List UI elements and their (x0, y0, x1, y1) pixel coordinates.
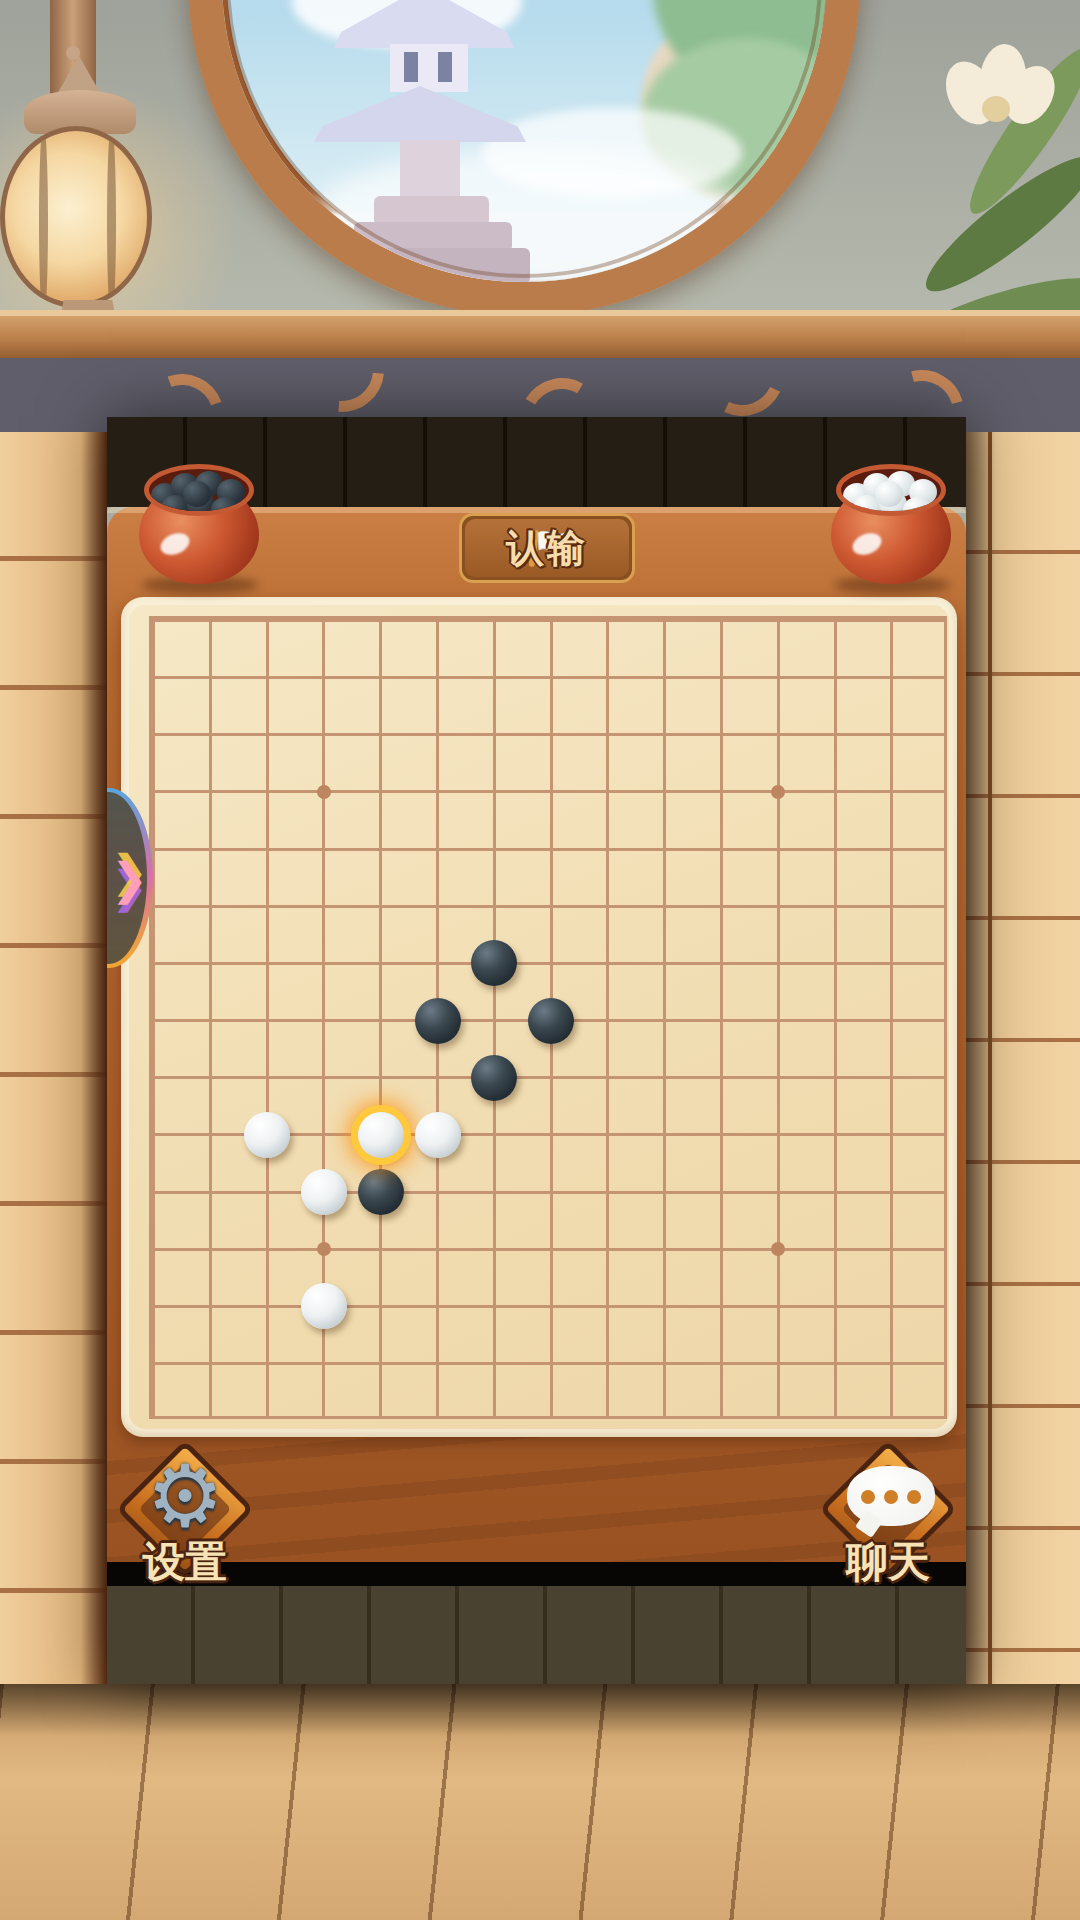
surrender-button[interactable]: 认输 (459, 513, 635, 583)
pagoda-roof (334, 0, 514, 48)
black-stone (183, 481, 211, 507)
star-point (317, 1242, 331, 1256)
pagoda-pedestal (374, 196, 489, 226)
stone-black (471, 1055, 517, 1101)
left-wall-wood (0, 432, 107, 1686)
star-point (771, 785, 785, 799)
lantern-body (0, 126, 152, 308)
pagoda-column (400, 140, 460, 202)
gear-icon: ⚙ (110, 1446, 260, 1546)
board-grid[interactable] (149, 616, 947, 1419)
window-foliage (652, 0, 860, 98)
pagoda-body (390, 44, 468, 92)
lantern-rib (39, 126, 48, 308)
stone-white (301, 1169, 347, 1215)
flower-center (982, 96, 1010, 122)
settings-label: 设置 (110, 1534, 260, 1590)
pagoda-pedestal (354, 222, 512, 252)
settings-button[interactable]: ⚙ 设置 (110, 1438, 260, 1596)
lantern-finial (66, 46, 80, 60)
chat-label: 聊天 (813, 1534, 963, 1590)
stone-black (358, 1169, 404, 1215)
black-stone-bowl (132, 452, 266, 592)
stone-black (528, 998, 574, 1044)
window-cloud (482, 108, 742, 198)
surrender-button-face: 认输 (465, 519, 629, 577)
board-panel (121, 597, 957, 1437)
bubble-dot (907, 1490, 921, 1504)
star-point (317, 785, 331, 799)
lantern-rib (107, 126, 116, 308)
side-drawer-handle[interactable]: ❯ (107, 788, 155, 968)
right-wall-wood (966, 432, 1080, 1686)
stone-black (471, 940, 517, 986)
bowl-rim (144, 464, 254, 516)
stone-white (301, 1283, 347, 1329)
white-stone-bowl (824, 452, 958, 592)
surrender-label: 认输 (506, 523, 588, 574)
stone-white (244, 1112, 290, 1158)
stone-white-last-move (358, 1112, 404, 1158)
chat-button[interactable]: 聊天 (813, 1438, 963, 1596)
game-window: 认输 (107, 417, 966, 1684)
window-sill (0, 310, 1080, 360)
board-inner (129, 605, 949, 1429)
white-stone (875, 481, 903, 507)
pagoda-window (438, 52, 452, 82)
window-cloud (292, 0, 522, 48)
stone-black (415, 998, 461, 1044)
bowl-rim (836, 464, 946, 516)
pagoda-window (404, 52, 418, 82)
star-point (771, 1242, 785, 1256)
screenshot-root: 认输 (0, 0, 1080, 1920)
pagoda-roof (314, 86, 526, 142)
stone-white (415, 1112, 461, 1158)
floor-shadow (0, 1684, 1080, 1736)
bottom-wood-strip (107, 1586, 966, 1684)
window-mist (312, 148, 742, 288)
chat-bubble-icon (847, 1466, 935, 1526)
bubble-dot (884, 1490, 898, 1504)
chevron-right-icon: ❯ (111, 846, 151, 910)
bubble-dot (861, 1490, 875, 1504)
